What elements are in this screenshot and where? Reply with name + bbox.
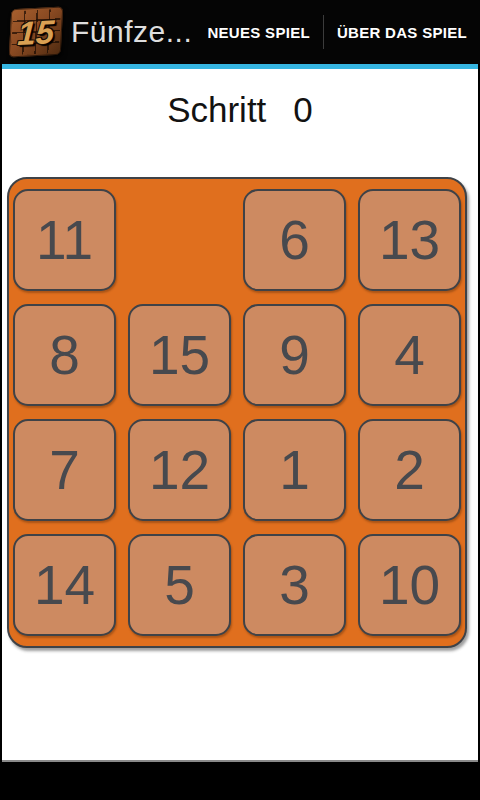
- action-bar: 15 Fünfze... NEUES SPIEL ÜBER DAS SPIEL: [0, 0, 480, 64]
- about-game-button[interactable]: ÜBER DAS SPIEL: [324, 0, 480, 64]
- tile-15[interactable]: 15: [128, 304, 231, 406]
- tile-11[interactable]: 11: [13, 189, 116, 291]
- new-game-button[interactable]: NEUES SPIEL: [194, 0, 323, 64]
- app-icon-15-glyph: 15: [9, 7, 63, 58]
- step-counter: Schritt 0: [2, 89, 478, 130]
- tile-14[interactable]: 14: [13, 534, 116, 636]
- tile-1[interactable]: 1: [243, 419, 346, 521]
- tile-4[interactable]: 4: [358, 304, 461, 406]
- content-area: Schritt 0 116138159471212145310: [2, 69, 478, 762]
- step-label: Schritt: [167, 89, 266, 130]
- puzzle-board: 116138159471212145310: [7, 177, 467, 648]
- tile-12[interactable]: 12: [128, 419, 231, 521]
- tile-3[interactable]: 3: [243, 534, 346, 636]
- tile-9[interactable]: 9: [243, 304, 346, 406]
- actionbar-menu: NEUES SPIEL ÜBER DAS SPIEL: [194, 0, 480, 64]
- tile-7[interactable]: 7: [13, 419, 116, 521]
- navigation-bar: [0, 764, 480, 800]
- step-value: 0: [293, 89, 312, 130]
- app-icon[interactable]: 15: [9, 7, 63, 58]
- tile-2[interactable]: 2: [358, 419, 461, 521]
- tile-10[interactable]: 10: [358, 534, 461, 636]
- tile-8[interactable]: 8: [13, 304, 116, 406]
- tile-5[interactable]: 5: [128, 534, 231, 636]
- screen: 15 Fünfze... NEUES SPIEL ÜBER DAS SPIEL …: [0, 0, 480, 800]
- app-title: Fünfze...: [71, 15, 192, 49]
- tile-13[interactable]: 13: [358, 189, 461, 291]
- tile-6[interactable]: 6: [243, 189, 346, 291]
- empty-slot: [128, 189, 231, 291]
